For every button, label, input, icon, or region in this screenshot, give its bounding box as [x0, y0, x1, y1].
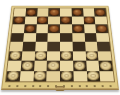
- square-d2[interactable]: [47, 61, 60, 71]
- square-a8[interactable]: [14, 8, 26, 16]
- photo-canvas: [0, 0, 120, 95]
- square-c3[interactable]: [34, 51, 47, 61]
- dark-checker-piece[interactable]: [14, 17, 25, 24]
- light-checker-piece[interactable]: [7, 71, 19, 80]
- square-c1[interactable]: [33, 71, 47, 82]
- dark-checker-piece[interactable]: [49, 9, 59, 16]
- square-c5[interactable]: [35, 33, 48, 42]
- light-checker-piece[interactable]: [35, 52, 46, 61]
- square-e8[interactable]: [60, 8, 72, 16]
- light-checker-piece[interactable]: [61, 71, 72, 80]
- square-e3[interactable]: [60, 51, 73, 61]
- dark-checker-piece[interactable]: [84, 17, 94, 24]
- dark-checker-piece[interactable]: [96, 25, 107, 32]
- nail-dot: [47, 85, 49, 87]
- light-checker-piece[interactable]: [100, 61, 112, 70]
- square-c6[interactable]: [36, 24, 48, 33]
- square-h3[interactable]: [98, 51, 112, 61]
- light-checker-piece[interactable]: [74, 61, 85, 70]
- square-f6[interactable]: [72, 24, 84, 33]
- square-b5[interactable]: [23, 33, 36, 42]
- light-checker-piece[interactable]: [61, 52, 72, 61]
- square-g1[interactable]: [86, 71, 100, 82]
- board-bottom-edge: [1, 88, 119, 90]
- square-e5[interactable]: [60, 33, 72, 42]
- square-c7[interactable]: [36, 16, 48, 24]
- light-checker-piece[interactable]: [34, 71, 46, 80]
- square-a6[interactable]: [12, 24, 25, 33]
- dark-checker-piece[interactable]: [73, 25, 83, 32]
- board-perspective-wrap: [1, 3, 119, 90]
- dark-checker-piece[interactable]: [61, 17, 71, 24]
- square-b8[interactable]: [25, 8, 37, 16]
- square-f8[interactable]: [71, 8, 83, 16]
- dark-checker-piece[interactable]: [49, 25, 59, 32]
- nail-dot: [94, 85, 96, 87]
- square-d3[interactable]: [47, 51, 60, 61]
- square-a3[interactable]: [8, 51, 22, 61]
- square-d1[interactable]: [47, 71, 60, 82]
- nail-dot: [16, 85, 18, 87]
- square-d5[interactable]: [48, 33, 60, 42]
- light-checker-piece[interactable]: [10, 52, 22, 61]
- square-a4[interactable]: [10, 42, 23, 51]
- nail-dot: [71, 85, 73, 87]
- dark-checker-piece[interactable]: [25, 25, 36, 32]
- board-grid: [6, 8, 114, 81]
- square-a1[interactable]: [6, 71, 20, 82]
- nail-dot: [40, 85, 42, 87]
- square-f4[interactable]: [72, 42, 85, 51]
- square-h5[interactable]: [96, 33, 109, 42]
- checkers-board: [1, 6, 119, 90]
- square-e7[interactable]: [60, 16, 72, 24]
- dark-checker-piece[interactable]: [37, 17, 47, 24]
- square-h6[interactable]: [95, 24, 108, 33]
- nail-dot: [109, 85, 111, 87]
- square-g7[interactable]: [83, 16, 95, 24]
- light-checker-piece[interactable]: [48, 61, 59, 70]
- square-e2[interactable]: [60, 61, 73, 71]
- square-b7[interactable]: [25, 16, 37, 24]
- dark-checker-piece[interactable]: [26, 9, 36, 16]
- square-h8[interactable]: [94, 8, 106, 16]
- square-c4[interactable]: [35, 42, 48, 51]
- square-g8[interactable]: [83, 8, 95, 16]
- square-g3[interactable]: [85, 51, 98, 61]
- square-g5[interactable]: [84, 33, 97, 42]
- nail-dot: [24, 85, 26, 87]
- dark-checker-piece[interactable]: [95, 9, 105, 16]
- square-g4[interactable]: [85, 42, 98, 51]
- square-f5[interactable]: [72, 33, 85, 42]
- dark-checker-piece[interactable]: [72, 9, 82, 16]
- square-f7[interactable]: [72, 16, 84, 24]
- nail-dot: [78, 85, 80, 87]
- square-b1[interactable]: [20, 71, 34, 82]
- square-f2[interactable]: [73, 61, 86, 71]
- square-f1[interactable]: [73, 71, 87, 82]
- square-a5[interactable]: [11, 33, 24, 42]
- nail-dot: [102, 85, 104, 87]
- square-c2[interactable]: [34, 61, 47, 71]
- square-f3[interactable]: [73, 51, 86, 61]
- square-g6[interactable]: [84, 24, 97, 33]
- square-h2[interactable]: [99, 61, 113, 71]
- light-checker-piece[interactable]: [86, 52, 97, 61]
- square-e4[interactable]: [60, 42, 73, 51]
- nail-dot: [32, 85, 34, 87]
- square-d7[interactable]: [48, 16, 60, 24]
- square-g2[interactable]: [86, 61, 100, 71]
- nail-dot: [86, 85, 88, 87]
- square-h7[interactable]: [95, 16, 108, 24]
- nail-dot: [8, 85, 10, 87]
- square-h4[interactable]: [97, 42, 110, 51]
- square-c8[interactable]: [37, 8, 49, 16]
- square-e1[interactable]: [60, 71, 73, 82]
- square-b2[interactable]: [20, 61, 34, 71]
- light-checker-piece[interactable]: [22, 61, 34, 70]
- square-d8[interactable]: [48, 8, 60, 16]
- square-a7[interactable]: [13, 16, 26, 24]
- square-d6[interactable]: [48, 24, 60, 33]
- light-checker-piece[interactable]: [87, 71, 99, 80]
- square-b3[interactable]: [21, 51, 34, 61]
- square-a2[interactable]: [7, 61, 21, 71]
- square-b4[interactable]: [22, 42, 35, 51]
- square-d4[interactable]: [47, 42, 60, 51]
- square-h1[interactable]: [100, 71, 114, 82]
- square-b6[interactable]: [24, 24, 37, 33]
- square-e6[interactable]: [60, 24, 72, 33]
